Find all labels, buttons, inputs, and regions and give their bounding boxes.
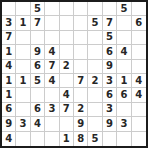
cell-r3c4[interactable]: [45, 31, 59, 45]
cell-r9c6[interactable]: 9: [74, 117, 88, 131]
cell-r1c5[interactable]: [60, 2, 74, 16]
cell-r9c1[interactable]: 9: [2, 117, 16, 131]
cell-r7c6[interactable]: [74, 88, 88, 102]
cell-r3c1[interactable]: 7: [2, 31, 16, 45]
cell-r7c8[interactable]: 6: [103, 88, 117, 102]
cell-r3c8[interactable]: 5: [103, 31, 117, 45]
cell-r3c7[interactable]: [88, 31, 102, 45]
cell-r1c4[interactable]: [45, 2, 59, 16]
cell-r9c10[interactable]: [132, 117, 146, 131]
cell-r8c7[interactable]: [88, 103, 102, 117]
cell-r3c3[interactable]: [31, 31, 45, 45]
cell-r4c8[interactable]: 6: [103, 45, 117, 59]
cell-r9c2[interactable]: 3: [16, 117, 30, 131]
cell-r3c2[interactable]: [16, 31, 30, 45]
cell-r9c5[interactable]: [60, 117, 74, 131]
cell-r2c9[interactable]: [117, 16, 131, 30]
cell-r5c2[interactable]: [16, 60, 30, 74]
cell-r5c4[interactable]: 7: [45, 60, 59, 74]
cell-r1c3[interactable]: 5: [31, 2, 45, 16]
cell-r4c4[interactable]: 4: [45, 45, 59, 59]
cell-r10c1[interactable]: 4: [2, 132, 16, 146]
cell-r4c10[interactable]: [132, 45, 146, 59]
cell-r6c8[interactable]: 3: [103, 74, 117, 88]
cell-r9c9[interactable]: 3: [117, 117, 131, 131]
cell-r5c7[interactable]: [88, 60, 102, 74]
cell-r9c3[interactable]: 4: [31, 117, 45, 131]
cell-r5c6[interactable]: [74, 60, 88, 74]
cell-r6c3[interactable]: 5: [31, 74, 45, 88]
cell-r7c5[interactable]: 4: [60, 88, 74, 102]
cell-r2c1[interactable]: 3: [2, 16, 16, 30]
cell-r6c4[interactable]: 4: [45, 74, 59, 88]
cell-r10c8[interactable]: [103, 132, 117, 146]
cell-r3c6[interactable]: [74, 31, 88, 45]
cell-r8c2[interactable]: [16, 103, 30, 117]
cell-r4c3[interactable]: 9: [31, 45, 45, 59]
cell-r6c7[interactable]: 2: [88, 74, 102, 88]
cell-r10c6[interactable]: 8: [74, 132, 88, 146]
cell-r6c9[interactable]: 1: [117, 74, 131, 88]
cell-r7c10[interactable]: 4: [132, 88, 146, 102]
cell-r8c10[interactable]: [132, 103, 146, 117]
cell-r1c8[interactable]: [103, 2, 117, 16]
cell-r3c9[interactable]: [117, 31, 131, 45]
cell-r10c5[interactable]: 1: [60, 132, 74, 146]
cell-r5c9[interactable]: [117, 60, 131, 74]
cell-r5c1[interactable]: 4: [2, 60, 16, 74]
cell-r1c7[interactable]: [88, 2, 102, 16]
cell-r10c7[interactable]: 5: [88, 132, 102, 146]
cell-r2c2[interactable]: 1: [16, 16, 30, 30]
cell-r8c8[interactable]: 3: [103, 103, 117, 117]
cell-r1c10[interactable]: [132, 2, 146, 16]
cell-r2c8[interactable]: 7: [103, 16, 117, 30]
cell-r8c5[interactable]: 7: [60, 103, 74, 117]
puzzle-board: 5531757675194644672911547231414664663723…: [0, 0, 148, 148]
cell-r4c7[interactable]: [88, 45, 102, 59]
cell-r4c5[interactable]: [60, 45, 74, 59]
cell-r8c4[interactable]: 3: [45, 103, 59, 117]
cell-r6c10[interactable]: 4: [132, 74, 146, 88]
cell-r7c3[interactable]: [31, 88, 45, 102]
cell-r2c7[interactable]: 5: [88, 16, 102, 30]
cell-r10c3[interactable]: [31, 132, 45, 146]
cell-r8c3[interactable]: 6: [31, 103, 45, 117]
cell-r5c8[interactable]: 9: [103, 60, 117, 74]
cell-r7c1[interactable]: 1: [2, 88, 16, 102]
cell-r5c10[interactable]: [132, 60, 146, 74]
cell-r9c7[interactable]: [88, 117, 102, 131]
cell-r2c10[interactable]: 6: [132, 16, 146, 30]
cell-r8c9[interactable]: [117, 103, 131, 117]
cell-r1c9[interactable]: 5: [117, 2, 131, 16]
cell-r8c6[interactable]: 2: [74, 103, 88, 117]
cell-r10c2[interactable]: [16, 132, 30, 146]
cell-r4c6[interactable]: [74, 45, 88, 59]
cell-r9c8[interactable]: 9: [103, 117, 117, 131]
cell-r3c10[interactable]: [132, 31, 146, 45]
cell-r5c3[interactable]: 6: [31, 60, 45, 74]
cell-r1c6[interactable]: [74, 2, 88, 16]
cell-r6c6[interactable]: 7: [74, 74, 88, 88]
cell-r8c1[interactable]: 6: [2, 103, 16, 117]
cell-r6c1[interactable]: 1: [2, 74, 16, 88]
cell-r2c6[interactable]: [74, 16, 88, 30]
cell-r7c4[interactable]: [45, 88, 59, 102]
cell-r7c7[interactable]: [88, 88, 102, 102]
cell-r4c9[interactable]: 4: [117, 45, 131, 59]
cell-r10c10[interactable]: [132, 132, 146, 146]
cell-r3c5[interactable]: [60, 31, 74, 45]
cell-r1c1[interactable]: [2, 2, 16, 16]
cell-r1c2[interactable]: [16, 2, 30, 16]
cell-r10c9[interactable]: [117, 132, 131, 146]
cell-r7c2[interactable]: [16, 88, 30, 102]
cell-r7c9[interactable]: 6: [117, 88, 131, 102]
cell-r4c1[interactable]: 1: [2, 45, 16, 59]
cell-r9c4[interactable]: [45, 117, 59, 131]
cell-r5c5[interactable]: 2: [60, 60, 74, 74]
cell-r2c3[interactable]: 7: [31, 16, 45, 30]
cell-r6c5[interactable]: [60, 74, 74, 88]
cell-r6c2[interactable]: 1: [16, 74, 30, 88]
cell-r2c4[interactable]: [45, 16, 59, 30]
cell-r2c5[interactable]: [60, 16, 74, 30]
cell-r10c4[interactable]: [45, 132, 59, 146]
cell-r4c2[interactable]: [16, 45, 30, 59]
